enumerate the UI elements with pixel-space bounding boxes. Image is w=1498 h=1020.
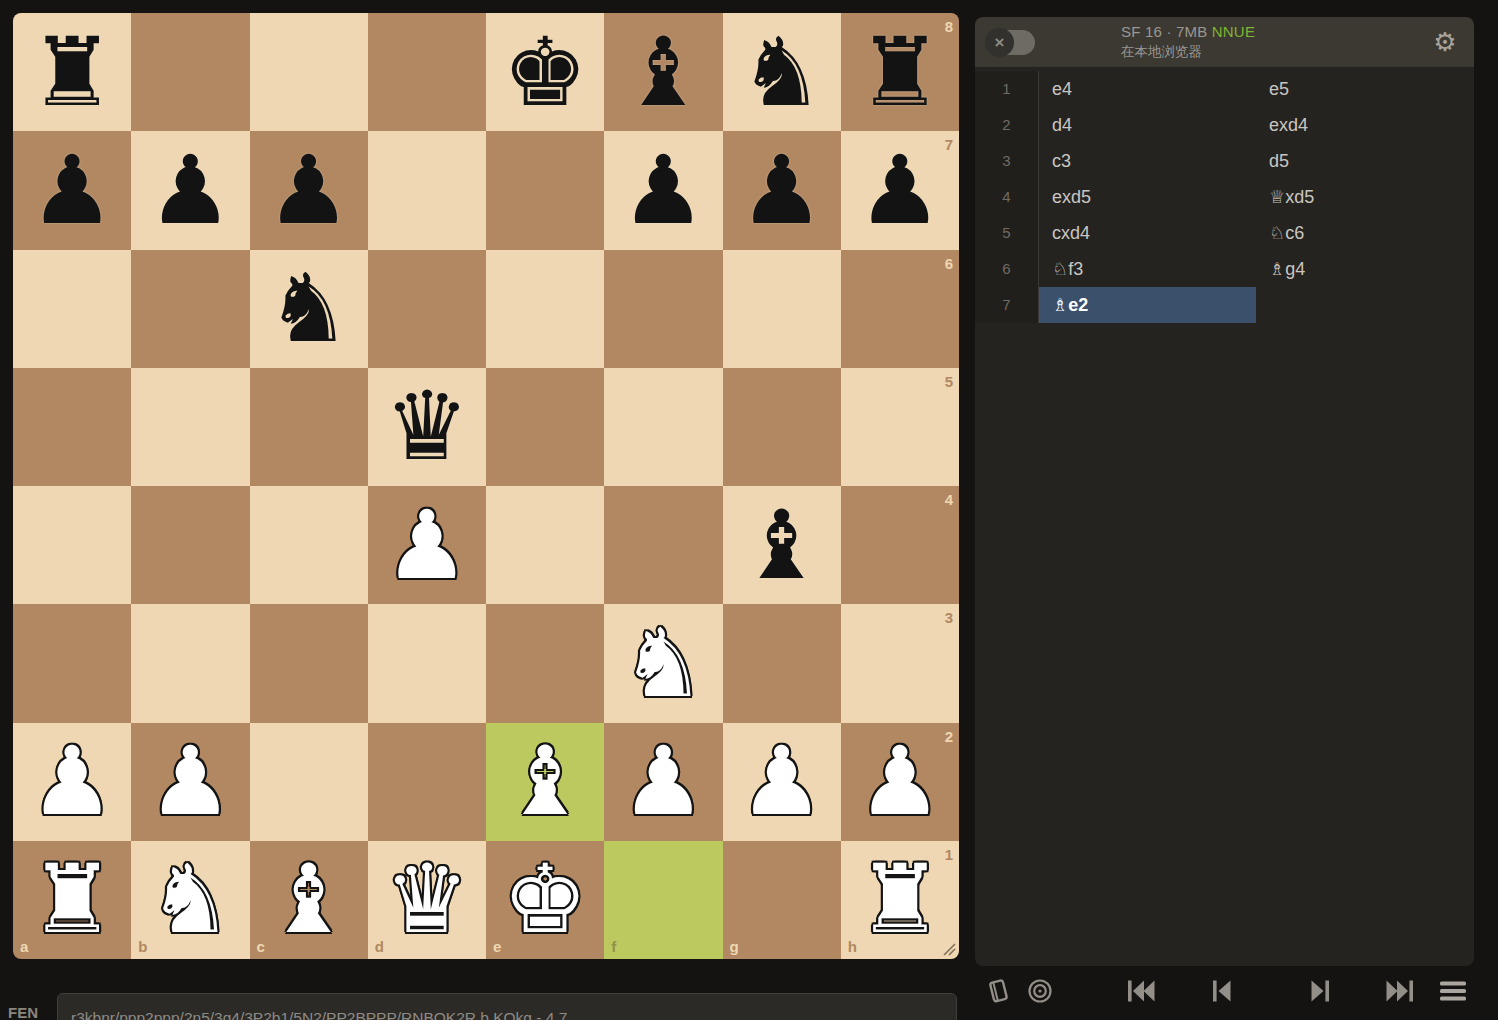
piece-black-rook[interactable]: ♜ (13, 13, 131, 131)
move-number: 4 (975, 179, 1039, 215)
move-number: 5 (975, 215, 1039, 251)
move-1-black[interactable]: e5 (1256, 71, 1474, 107)
go-previous-icon[interactable] (1206, 975, 1238, 1007)
piece-white-bishop[interactable]: ♝ (250, 841, 368, 959)
engine-toggle[interactable]: × (987, 30, 1035, 55)
square-e2[interactable]: ♝ (486, 723, 604, 841)
piece-black-pawn[interactable]: ♟ (131, 131, 249, 249)
square-a1[interactable]: ♜a (13, 841, 131, 959)
move-row-7: 7♗e2 (975, 287, 1474, 323)
square-c7[interactable]: ♟ (250, 131, 368, 249)
board-resize-handle[interactable] (941, 941, 957, 957)
piece-black-queen[interactable]: ♛ (368, 368, 486, 486)
close-icon: × (995, 34, 1005, 51)
square-a2[interactable]: ♟ (13, 723, 131, 841)
square-d6[interactable] (368, 250, 486, 368)
square-d3[interactable] (368, 604, 486, 722)
square-d8[interactable] (368, 13, 486, 131)
move-row-3: 3c3d5 (975, 143, 1474, 179)
move-7-white[interactable]: ♗e2 (1039, 287, 1256, 323)
square-c6[interactable]: ♞ (250, 250, 368, 368)
chess-board[interactable]: ♜♚♝♞♜8♟♟♟♟♟♟7♞6♛5♟♝4♞3♟♟♝♟♟♟2♜a♞b♝c♛d♚ef… (13, 13, 959, 959)
move-number: 3 (975, 143, 1039, 179)
piece-black-bishop[interactable]: ♝ (723, 486, 841, 604)
square-e3[interactable] (486, 604, 604, 722)
square-h6[interactable]: 6 (841, 250, 959, 368)
move-4-white[interactable]: exd5 (1039, 179, 1256, 215)
go-first-icon[interactable] (1125, 975, 1157, 1007)
go-last-icon[interactable] (1384, 975, 1416, 1007)
square-g4[interactable]: ♝ (723, 486, 841, 604)
coord-rank-3: 3 (945, 610, 953, 625)
square-g2[interactable]: ♟ (723, 723, 841, 841)
square-g3[interactable] (723, 604, 841, 722)
square-d2[interactable] (368, 723, 486, 841)
square-b7[interactable]: ♟ (131, 131, 249, 249)
square-b5[interactable] (131, 368, 249, 486)
square-f2[interactable]: ♟ (604, 723, 722, 841)
square-h5[interactable]: 5 (841, 368, 959, 486)
piece-white-queen[interactable]: ♛ (368, 841, 486, 959)
square-a4[interactable] (13, 486, 131, 604)
move-2-white[interactable]: d4 (1039, 107, 1256, 143)
piece-white-pawn[interactable]: ♟ (13, 723, 131, 841)
square-h4[interactable]: 4 (841, 486, 959, 604)
piece-black-bishop[interactable]: ♝ (604, 13, 722, 131)
square-e1[interactable]: ♚e (486, 841, 604, 959)
square-e4[interactable] (486, 486, 604, 604)
square-c1[interactable]: ♝c (250, 841, 368, 959)
square-d5[interactable]: ♛ (368, 368, 486, 486)
piece-white-pawn[interactable]: ♟ (131, 723, 249, 841)
piece-white-knight[interactable]: ♞ (131, 841, 249, 959)
move-row-5: 5cxd4♘c6 (975, 215, 1474, 251)
move-2-black[interactable]: exd4 (1256, 107, 1474, 143)
fen-label: FEN (8, 1004, 38, 1020)
engine-subtitle: 在本地浏览器 (1121, 43, 1255, 61)
square-f4[interactable] (604, 486, 722, 604)
square-b8[interactable] (131, 13, 249, 131)
square-c8[interactable] (250, 13, 368, 131)
square-h8[interactable]: ♜8 (841, 13, 959, 131)
piece-white-pawn[interactable]: ♟ (841, 723, 959, 841)
engine-info: SF 16 · 7MB NNUE 在本地浏览器 (1121, 23, 1255, 61)
square-a6[interactable] (13, 250, 131, 368)
square-b1[interactable]: ♞b (131, 841, 249, 959)
square-c5[interactable] (250, 368, 368, 486)
square-c4[interactable] (250, 486, 368, 604)
practice-target-icon[interactable] (1024, 975, 1056, 1007)
coord-rank-6: 6 (945, 256, 953, 271)
square-f6[interactable] (604, 250, 722, 368)
move-4-black[interactable]: ♕xd5 (1256, 179, 1474, 215)
square-a8[interactable]: ♜ (13, 13, 131, 131)
square-d7[interactable] (368, 131, 486, 249)
square-g7[interactable]: ♟ (723, 131, 841, 249)
engine-name: SF 16 · 7MB NNUE (1121, 23, 1255, 40)
piece-black-pawn[interactable]: ♟ (723, 131, 841, 249)
engine-header: × SF 16 · 7MB NNUE 在本地浏览器 ⚙ (975, 17, 1474, 67)
move-row-4: 4exd5♕xd5 (975, 179, 1474, 215)
move-7-black (1256, 287, 1474, 323)
move-number: 1 (975, 71, 1039, 107)
piece-white-knight[interactable]: ♞ (604, 604, 722, 722)
square-f8[interactable]: ♝ (604, 13, 722, 131)
fen-input[interactable] (57, 993, 957, 1020)
square-h2[interactable]: ♟2 (841, 723, 959, 841)
square-b6[interactable] (131, 250, 249, 368)
piece-black-pawn[interactable]: ♟ (13, 131, 131, 249)
square-b2[interactable]: ♟ (131, 723, 249, 841)
move-1-white[interactable]: e4 (1039, 71, 1256, 107)
square-f1[interactable]: f (604, 841, 722, 959)
coord-rank-5: 5 (945, 374, 953, 389)
square-c2[interactable] (250, 723, 368, 841)
engine-toggle-knob: × (985, 28, 1014, 57)
move-number: 7 (975, 287, 1039, 323)
square-d4[interactable]: ♟ (368, 486, 486, 604)
square-b3[interactable] (131, 604, 249, 722)
piece-black-king[interactable]: ♚ (486, 13, 604, 131)
piece-black-rook[interactable]: ♜ (841, 13, 959, 131)
square-h7[interactable]: ♟7 (841, 131, 959, 249)
move-3-white[interactable]: c3 (1039, 143, 1256, 179)
piece-black-pawn[interactable]: ♟ (841, 131, 959, 249)
coord-file-g: g (730, 939, 739, 954)
piece-white-king[interactable]: ♚ (486, 841, 604, 959)
square-d1[interactable]: ♛d (368, 841, 486, 959)
piece-white-bishop[interactable]: ♝ (486, 723, 604, 841)
move-6-white[interactable]: ♘f3 (1039, 251, 1256, 287)
piece-black-pawn[interactable]: ♟ (604, 131, 722, 249)
square-h3[interactable]: 3 (841, 604, 959, 722)
square-f5[interactable] (604, 368, 722, 486)
square-f3[interactable]: ♞ (604, 604, 722, 722)
piece-white-pawn[interactable]: ♟ (368, 486, 486, 604)
square-g5[interactable] (723, 368, 841, 486)
piece-white-pawn[interactable]: ♟ (723, 723, 841, 841)
square-g6[interactable] (723, 250, 841, 368)
gear-icon[interactable]: ⚙ (1430, 27, 1460, 57)
piece-white-pawn[interactable]: ♟ (604, 723, 722, 841)
coord-file-f: f (611, 939, 616, 954)
move-number: 2 (975, 107, 1039, 143)
square-e5[interactable] (486, 368, 604, 486)
piece-white-rook[interactable]: ♜ (13, 841, 131, 959)
square-b4[interactable] (131, 486, 249, 604)
piece-black-knight[interactable]: ♞ (723, 13, 841, 131)
move-6-black[interactable]: ♗g4 (1256, 251, 1474, 287)
move-row-2: 2d4exd4 (975, 107, 1474, 143)
square-e6[interactable] (486, 250, 604, 368)
square-f7[interactable]: ♟ (604, 131, 722, 249)
piece-black-pawn[interactable]: ♟ (250, 131, 368, 249)
square-g8[interactable]: ♞ (723, 13, 841, 131)
square-a3[interactable] (13, 604, 131, 722)
menu-icon[interactable] (1437, 975, 1469, 1007)
square-e7[interactable] (486, 131, 604, 249)
piece-black-knight[interactable]: ♞ (250, 250, 368, 368)
move-5-black[interactable]: ♘c6 (1256, 215, 1474, 251)
opening-book-icon[interactable] (982, 975, 1014, 1007)
coord-rank-4: 4 (945, 492, 953, 507)
square-a5[interactable] (13, 368, 131, 486)
nnue-badge: NNUE (1212, 23, 1255, 40)
square-e8[interactable]: ♚ (486, 13, 604, 131)
move-5-white[interactable]: cxd4 (1039, 215, 1256, 251)
move-list: 1e4e52d4exd43c3d54exd5♕xd55cxd4♘c66♘f3♗g… (975, 67, 1474, 966)
move-row-6: 6♘f3♗g4 (975, 251, 1474, 287)
analysis-toolbar (975, 972, 1474, 1010)
square-a7[interactable]: ♟ (13, 131, 131, 249)
move-number: 6 (975, 251, 1039, 287)
move-row-1: 1e4e5 (975, 71, 1474, 107)
square-c3[interactable] (250, 604, 368, 722)
square-g1[interactable]: g (723, 841, 841, 959)
go-next-icon[interactable] (1304, 975, 1336, 1007)
move-3-black[interactable]: d5 (1256, 143, 1474, 179)
